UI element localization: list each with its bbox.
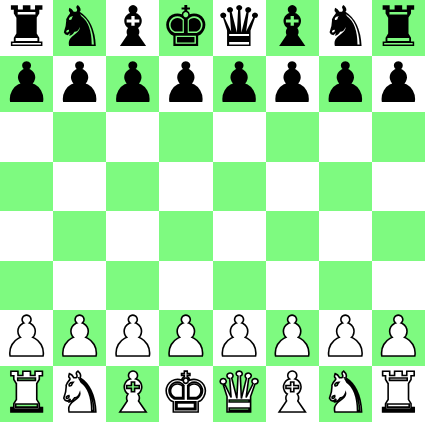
square-a4[interactable] [0, 211, 53, 261]
white-bishop-icon: ♝ [108, 365, 158, 421]
square-c6[interactable] [106, 112, 159, 162]
square-f8[interactable]: ♝ [266, 0, 319, 56]
square-d2[interactable]: ♟ [159, 310, 212, 366]
square-h7[interactable]: ♟ [372, 56, 425, 112]
square-e4[interactable] [213, 211, 266, 261]
black-bishop-icon: ♝ [267, 0, 317, 55]
black-knight-icon: ♞ [320, 0, 370, 55]
white-king-icon: ♚ [161, 365, 211, 421]
square-b5[interactable] [53, 162, 106, 212]
square-g8[interactable]: ♞ [319, 0, 372, 56]
white-rook-icon: ♜ [1, 365, 51, 421]
square-g4[interactable] [319, 211, 372, 261]
white-pawn-icon: ♟ [55, 309, 105, 365]
square-a6[interactable] [0, 112, 53, 162]
square-a1[interactable]: ♜ [0, 366, 53, 422]
black-queen-icon: ♛ [214, 0, 264, 55]
square-h6[interactable] [372, 112, 425, 162]
black-pawn-icon: ♟ [214, 55, 264, 111]
square-a3[interactable] [0, 261, 53, 311]
white-pawn-icon: ♟ [1, 309, 51, 365]
square-e1[interactable]: ♛ [213, 366, 266, 422]
white-pawn-icon: ♟ [267, 309, 317, 365]
black-bishop-icon: ♝ [108, 0, 158, 55]
square-d5[interactable] [159, 162, 212, 212]
square-f3[interactable] [266, 261, 319, 311]
square-h1[interactable]: ♜ [372, 366, 425, 422]
black-pawn-icon: ♟ [320, 55, 370, 111]
square-c5[interactable] [106, 162, 159, 212]
square-d7[interactable]: ♟ [159, 56, 212, 112]
white-pawn-icon: ♟ [108, 309, 158, 365]
square-a5[interactable] [0, 162, 53, 212]
square-h4[interactable] [372, 211, 425, 261]
square-f1[interactable]: ♝ [266, 366, 319, 422]
square-c7[interactable]: ♟ [106, 56, 159, 112]
black-pawn-icon: ♟ [55, 55, 105, 111]
black-pawn-icon: ♟ [1, 55, 51, 111]
black-pawn-icon: ♟ [161, 55, 211, 111]
black-pawn-icon: ♟ [267, 55, 317, 111]
square-e2[interactable]: ♟ [213, 310, 266, 366]
square-b8[interactable]: ♞ [53, 0, 106, 56]
black-pawn-icon: ♟ [373, 55, 423, 111]
white-pawn-icon: ♟ [320, 309, 370, 365]
square-c4[interactable] [106, 211, 159, 261]
square-a8[interactable]: ♜ [0, 0, 53, 56]
square-h3[interactable] [372, 261, 425, 311]
square-a2[interactable]: ♟ [0, 310, 53, 366]
square-d4[interactable] [159, 211, 212, 261]
square-g3[interactable] [319, 261, 372, 311]
square-a7[interactable]: ♟ [0, 56, 53, 112]
square-h2[interactable]: ♟ [372, 310, 425, 366]
black-knight-icon: ♞ [55, 0, 105, 55]
square-e5[interactable] [213, 162, 266, 212]
white-bishop-icon: ♝ [267, 365, 317, 421]
white-pawn-icon: ♟ [161, 309, 211, 365]
square-b2[interactable]: ♟ [53, 310, 106, 366]
square-g6[interactable] [319, 112, 372, 162]
square-c2[interactable]: ♟ [106, 310, 159, 366]
black-king-icon: ♚ [161, 0, 211, 55]
white-pawn-icon: ♟ [214, 309, 264, 365]
square-b1[interactable]: ♞ [53, 366, 106, 422]
square-g1[interactable]: ♞ [319, 366, 372, 422]
square-b3[interactable] [53, 261, 106, 311]
square-e8[interactable]: ♛ [213, 0, 266, 56]
chess-board: ♜♞♝♚♛♝♞♜♟♟♟♟♟♟♟♟♟♟♟♟♟♟♟♟♜♞♝♚♛♝♞♜ [0, 0, 425, 422]
square-g5[interactable] [319, 162, 372, 212]
square-c3[interactable] [106, 261, 159, 311]
square-f2[interactable]: ♟ [266, 310, 319, 366]
square-b6[interactable] [53, 112, 106, 162]
white-rook-icon: ♜ [373, 365, 423, 421]
square-c1[interactable]: ♝ [106, 366, 159, 422]
square-f6[interactable] [266, 112, 319, 162]
white-knight-icon: ♞ [320, 365, 370, 421]
square-f5[interactable] [266, 162, 319, 212]
square-d3[interactable] [159, 261, 212, 311]
square-e6[interactable] [213, 112, 266, 162]
white-queen-icon: ♛ [214, 365, 264, 421]
square-h5[interactable] [372, 162, 425, 212]
square-f7[interactable]: ♟ [266, 56, 319, 112]
white-pawn-icon: ♟ [373, 309, 423, 365]
white-knight-icon: ♞ [55, 365, 105, 421]
square-g2[interactable]: ♟ [319, 310, 372, 366]
chess-board-window: ♜♞♝♚♛♝♞♜♟♟♟♟♟♟♟♟♟♟♟♟♟♟♟♟♜♞♝♚♛♝♞♜ [0, 0, 425, 422]
square-d1[interactable]: ♚ [159, 366, 212, 422]
square-d6[interactable] [159, 112, 212, 162]
square-g7[interactable]: ♟ [319, 56, 372, 112]
black-pawn-icon: ♟ [108, 55, 158, 111]
black-rook-icon: ♜ [1, 0, 51, 55]
square-b7[interactable]: ♟ [53, 56, 106, 112]
black-rook-icon: ♜ [373, 0, 423, 55]
square-c8[interactable]: ♝ [106, 0, 159, 56]
square-b4[interactable] [53, 211, 106, 261]
square-h8[interactable]: ♜ [372, 0, 425, 56]
square-d8[interactable]: ♚ [159, 0, 212, 56]
square-f4[interactable] [266, 211, 319, 261]
square-e7[interactable]: ♟ [213, 56, 266, 112]
square-e3[interactable] [213, 261, 266, 311]
